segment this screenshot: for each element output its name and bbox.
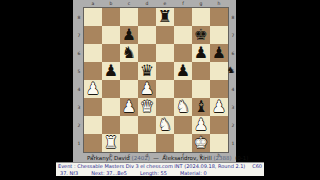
square-d1[interactable] [138,134,156,152]
square-a3[interactable] [84,98,102,116]
square-b5[interactable]: ♟ [102,62,120,80]
white-pawn: ♟ [210,98,228,116]
square-h5[interactable] [210,62,228,80]
black-pawn: ♟ [192,44,210,62]
file-label-top-d: d [138,1,156,7]
file-label-top-a: a [84,1,102,7]
black-pawn: ♟ [174,62,192,80]
bottom-black-bar [0,176,320,180]
white-pawn: ♟ [120,98,138,116]
square-e2[interactable]: ♞ [156,116,174,134]
white-knight: ♞ [156,116,174,134]
rank-label-left-1: 1 [75,134,83,152]
square-a1[interactable] [84,134,102,152]
rank-label-left-5: 5 [75,62,83,80]
white-king: ♚ [192,134,210,152]
square-h1[interactable] [210,134,228,152]
black-bishop: ♝ [192,98,210,116]
square-h4[interactable] [210,80,228,98]
players-line: Parkanyi, David (2402) — Aleksandrov, Ki… [73,155,236,162]
square-d8[interactable] [138,8,156,26]
square-d6[interactable] [138,44,156,62]
square-g7[interactable]: ♚ [192,26,210,44]
event-line: Event : Chessable Masters Div 3 el chess… [56,163,264,170]
game-result: (0-1) [235,155,248,161]
square-f1[interactable] [174,134,192,152]
side-to-move-knight-marker: ♞ [227,66,235,75]
black-queen: ♛ [138,62,156,80]
file-label-top-h: h [210,1,228,7]
square-b3[interactable] [102,98,120,116]
square-a5[interactable] [84,62,102,80]
rank-label-right-8: 8 [229,8,237,26]
square-e4[interactable] [156,80,174,98]
file-labels-top: abcdefgh [84,1,228,7]
square-h7[interactable] [210,26,228,44]
square-h6[interactable]: ♟ [210,44,228,62]
square-h2[interactable] [210,116,228,134]
square-h8[interactable] [210,8,228,26]
rank-label-right-7: 7 [229,26,237,44]
square-f4[interactable] [174,80,192,98]
eco-code: C60 [252,163,262,170]
rank-label-right-2: 2 [229,116,237,134]
white-pawn: ♟ [84,80,102,98]
rank-label-right-4: 4 [229,80,237,98]
square-f8[interactable] [174,8,192,26]
square-b7[interactable] [102,26,120,44]
rank-label-left-6: 6 [75,44,83,62]
square-f7[interactable] [174,26,192,44]
rank-label-left-8: 8 [75,8,83,26]
square-g3[interactable]: ♝ [192,98,210,116]
square-e6[interactable] [156,44,174,62]
chess-board: ♜♟♚♞♟♟♟♛♟♟♟♟♛♞♝♟♞♟♜♚ [84,8,228,152]
square-d5[interactable]: ♛ [138,62,156,80]
square-e5[interactable] [156,62,174,80]
rank-label-left-4: 4 [75,80,83,98]
square-g2[interactable]: ♟ [192,116,210,134]
file-label-top-f: f [174,1,192,7]
square-e1[interactable] [156,134,174,152]
square-f3[interactable]: ♞ [174,98,192,116]
square-a4[interactable]: ♟ [84,80,102,98]
rank-labels-left: 87654321 [75,8,83,152]
black-pawn: ♟ [210,44,228,62]
square-c6[interactable]: ♞ [120,44,138,62]
rank-label-right-6: 6 [229,44,237,62]
square-d2[interactable] [138,116,156,134]
square-g5[interactable] [192,62,210,80]
white-queen: ♛ [138,98,156,116]
white-player-name: Parkanyi, David [87,155,130,161]
white-pawn: ♟ [138,80,156,98]
file-label-top-b: b [102,1,120,7]
square-d7[interactable] [138,26,156,44]
square-c2[interactable] [120,116,138,134]
square-c5[interactable] [120,62,138,80]
black-king: ♚ [192,26,210,44]
square-e3[interactable] [156,98,174,116]
square-b1[interactable]: ♜ [102,134,120,152]
square-a7[interactable] [84,26,102,44]
square-c1[interactable] [120,134,138,152]
black-player-name: Aleksandrov, Kirill [162,155,211,161]
black-player-rating: (2388) [213,155,231,161]
file-label-top-c: c [120,1,138,7]
players-separator: — [153,155,159,161]
rank-labels-right: 87654321 [229,8,237,152]
info-strip: Event : Chessable Masters Div 3 el chess… [56,162,264,177]
square-b2[interactable] [102,116,120,134]
square-d4[interactable]: ♟ [138,80,156,98]
white-pawn: ♟ [192,116,210,134]
square-d3[interactable]: ♛ [138,98,156,116]
square-c7[interactable]: ♟ [120,26,138,44]
square-e8[interactable]: ♜ [156,8,174,26]
black-knight: ♞ [120,44,138,62]
rank-label-left-2: 2 [75,116,83,134]
square-c3[interactable]: ♟ [120,98,138,116]
square-c8[interactable] [120,8,138,26]
square-b6[interactable] [102,44,120,62]
black-rook: ♜ [156,8,174,26]
white-player-rating: (2402) [132,155,150,161]
square-g4[interactable] [192,80,210,98]
square-f6[interactable] [174,44,192,62]
rank-label-left-3: 3 [75,98,83,116]
white-knight: ♞ [174,98,192,116]
square-f5[interactable]: ♟ [174,62,192,80]
square-h3[interactable]: ♟ [210,98,228,116]
square-a6[interactable] [84,44,102,62]
square-g1[interactable]: ♚ [192,134,210,152]
square-g8[interactable] [192,8,210,26]
square-b8[interactable] [102,8,120,26]
file-label-top-g: g [192,1,210,7]
square-e7[interactable] [156,26,174,44]
square-f2[interactable] [174,116,192,134]
square-a8[interactable] [84,8,102,26]
event-text: Event : Chessable Masters Div 3 el chess… [58,163,245,170]
rank-label-right-3: 3 [229,98,237,116]
square-a2[interactable] [84,116,102,134]
white-rook: ♜ [102,134,120,152]
video-frame: abcdefgh 87654321 87654321 ♜♟♚♞♟♟♟♛♟♟♟♟♛… [0,0,320,180]
square-b4[interactable] [102,80,120,98]
black-pawn: ♟ [102,62,120,80]
black-pawn: ♟ [120,26,138,44]
rank-label-right-1: 1 [229,134,237,152]
rank-label-left-7: 7 [75,26,83,44]
square-g6[interactable]: ♟ [192,44,210,62]
square-c4[interactable] [120,80,138,98]
